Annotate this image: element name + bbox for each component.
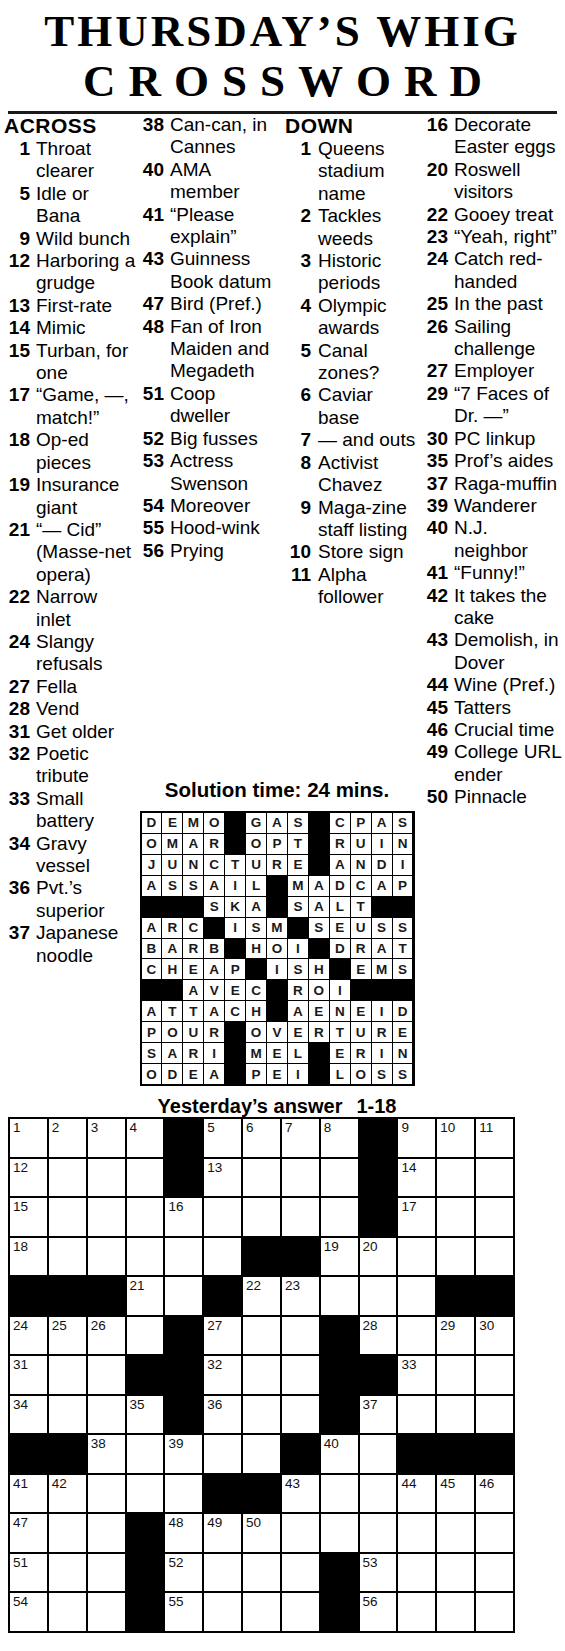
puzzle-cell[interactable]: 4 — [127, 1119, 164, 1157]
solution-cell: C — [225, 1001, 245, 1021]
solution-block: Solution time: 24 mins. DEMOGASCPASOMARO… — [136, 778, 418, 1118]
puzzle-cell[interactable]: 37 — [360, 1396, 397, 1434]
puzzle-cell[interactable] — [476, 1356, 513, 1394]
puzzle-cell[interactable] — [360, 1475, 397, 1513]
puzzle-cell[interactable] — [204, 1554, 241, 1592]
puzzle-cell[interactable] — [49, 1396, 86, 1434]
puzzle-cell[interactable] — [398, 1317, 435, 1355]
puzzle-cell[interactable]: 32 — [204, 1356, 241, 1394]
solution-cell: E — [183, 959, 203, 979]
puzzle-cell[interactable]: 55 — [165, 1593, 202, 1631]
clue-text: N.J. neighbor — [454, 517, 565, 562]
clue-number: 22 — [420, 204, 448, 226]
puzzle-cell[interactable] — [127, 1435, 164, 1473]
solution-cell: L — [288, 1043, 308, 1063]
puzzle-cell[interactable] — [398, 1554, 435, 1592]
clue-text: Employer — [454, 360, 565, 382]
puzzle-cell[interactable] — [88, 1198, 125, 1236]
puzzle-cell[interactable] — [243, 1396, 280, 1434]
solution-cell: R — [183, 939, 203, 959]
puzzle-cell[interactable] — [88, 1396, 125, 1434]
puzzle-black-cell — [204, 1277, 241, 1315]
solution-cell: N — [351, 855, 371, 875]
clue: 48Fan of Iron Maiden and Megadeth — [136, 316, 277, 383]
solution-cell: A — [204, 876, 224, 896]
puzzle-cell[interactable] — [204, 1238, 241, 1276]
puzzle-cell[interactable]: 18 — [10, 1238, 47, 1276]
solution-cell: R — [288, 980, 308, 1000]
cell-number: 33 — [401, 1357, 416, 1372]
puzzle-cell[interactable]: 51 — [10, 1554, 47, 1592]
solution-cell: A — [288, 1001, 308, 1021]
puzzle-cell[interactable]: 20 — [360, 1238, 397, 1276]
puzzle-cell[interactable] — [243, 1356, 280, 1394]
puzzle-cell[interactable] — [321, 1514, 358, 1552]
puzzle-cell[interactable] — [49, 1238, 86, 1276]
puzzle-black-cell — [243, 1238, 280, 1276]
clue-text: — and outs — [318, 429, 418, 451]
puzzle-cell[interactable] — [360, 1435, 397, 1473]
clue-number: 31 — [4, 721, 30, 743]
puzzle-cell[interactable]: 23 — [282, 1277, 319, 1315]
clue-text: “7 Faces of Dr. —” — [454, 383, 565, 428]
puzzle-cell[interactable] — [321, 1198, 358, 1236]
puzzle-cell[interactable]: 45 — [437, 1475, 474, 1513]
puzzle-cell[interactable]: 29 — [437, 1317, 474, 1355]
clue: 42It takes the cake — [420, 585, 565, 630]
clue-text: “Please explain” — [170, 204, 277, 249]
puzzle-black-cell — [165, 1159, 202, 1197]
solution-cell: I — [330, 980, 350, 1000]
solution-black-cell — [372, 980, 392, 1000]
puzzle-cell[interactable]: 22 — [243, 1277, 280, 1315]
solution-cell: A — [162, 1043, 182, 1063]
puzzle-cell[interactable] — [127, 1198, 164, 1236]
puzzle-cell[interactable]: 34 — [10, 1396, 47, 1434]
puzzle-black-cell — [49, 1277, 86, 1315]
solution-cell: E — [267, 1064, 287, 1084]
clue: 28Vend — [4, 698, 136, 720]
puzzle-cell[interactable]: 47 — [10, 1514, 47, 1552]
puzzle-black-cell — [127, 1514, 164, 1552]
puzzle-cell[interactable] — [398, 1593, 435, 1631]
puzzle-cell[interactable]: 53 — [360, 1554, 397, 1592]
puzzle-cell[interactable] — [476, 1198, 513, 1236]
puzzle-cell[interactable]: 26 — [88, 1317, 125, 1355]
puzzle-cell[interactable]: 42 — [49, 1475, 86, 1513]
puzzle-black-cell — [360, 1356, 397, 1394]
down-header: DOWN — [285, 114, 418, 138]
clue: 3Historic periods — [285, 250, 418, 295]
puzzle-cell[interactable] — [437, 1238, 474, 1276]
puzzle-black-cell — [165, 1317, 202, 1355]
solution-cell: H — [309, 959, 329, 979]
puzzle-cell[interactable] — [243, 1159, 280, 1197]
clue: 27Employer — [420, 360, 565, 382]
puzzle-cell[interactable] — [243, 1435, 280, 1473]
puzzle-cell[interactable] — [437, 1198, 474, 1236]
clue: 6Caviar base — [285, 384, 418, 429]
solution-cell: S — [204, 897, 224, 917]
puzzle-cell[interactable]: 14 — [398, 1159, 435, 1197]
clue-text: “Game, —, match!” — [36, 384, 136, 429]
puzzle-cell[interactable] — [282, 1356, 319, 1394]
solution-black-cell — [267, 980, 287, 1000]
puzzle-cell[interactable]: 21 — [127, 1277, 164, 1315]
solution-cell: E — [330, 1043, 350, 1063]
puzzle-cell[interactable]: 54 — [10, 1593, 47, 1631]
puzzle-cell[interactable]: 52 — [165, 1554, 202, 1592]
puzzle-cell[interactable]: 38 — [88, 1435, 125, 1473]
solution-cell: A — [204, 1064, 224, 1084]
puzzle-cell[interactable] — [282, 1159, 319, 1197]
puzzle-cell[interactable] — [437, 1593, 474, 1631]
clue: 27Fella — [4, 676, 136, 698]
puzzle-cell[interactable] — [360, 1514, 397, 1552]
solution-cell: O — [204, 813, 224, 833]
puzzle-cell[interactable]: 11 — [476, 1119, 513, 1157]
cell-number: 48 — [168, 1515, 183, 1530]
solution-cell: N — [330, 1001, 350, 1021]
clue-text: Prof’s aides — [454, 450, 565, 472]
puzzle-cell[interactable] — [437, 1396, 474, 1434]
clue-text: Vend — [36, 698, 136, 720]
puzzle-cell[interactable]: 2 — [49, 1119, 86, 1157]
cell-number: 24 — [13, 1318, 28, 1333]
puzzle-cell[interactable] — [282, 1593, 319, 1631]
puzzle-cell[interactable] — [88, 1554, 125, 1592]
puzzle-cell[interactable] — [88, 1475, 125, 1513]
cell-number: 31 — [13, 1357, 28, 1372]
puzzle-cell[interactable]: 10 — [437, 1119, 474, 1157]
puzzle-black-cell — [10, 1277, 47, 1315]
puzzle-cell[interactable]: 19 — [321, 1238, 358, 1276]
clue-text: Japanese noodle — [36, 922, 136, 967]
puzzle-cell[interactable] — [165, 1238, 202, 1276]
clue: 29“7 Faces of Dr. —” — [420, 383, 565, 428]
clue-number: 4 — [285, 295, 311, 340]
clue: 17“Game, —, match!” — [4, 384, 136, 429]
solution-cell: S — [142, 1043, 162, 1063]
solution-cell: E — [393, 1022, 413, 1042]
puzzle-cell[interactable]: 50 — [243, 1514, 280, 1552]
clue-text: Bird (Pref.) — [170, 293, 277, 315]
puzzle-cell[interactable]: 16 — [165, 1198, 202, 1236]
puzzle-black-cell — [127, 1554, 164, 1592]
puzzle-cell[interactable]: 40 — [321, 1435, 358, 1473]
clue-number: 7 — [285, 429, 311, 451]
clue-text: Store sign — [318, 541, 418, 563]
clue-number: 6 — [285, 384, 311, 429]
puzzle-cell[interactable]: 5 — [204, 1119, 241, 1157]
solution-cell: D — [372, 855, 392, 875]
puzzle-cell[interactable] — [437, 1356, 474, 1394]
puzzle-cell[interactable] — [243, 1554, 280, 1592]
clue-text: Catch red-handed — [454, 248, 565, 293]
clue-number: 27 — [4, 676, 30, 698]
clue-text: Pinnacle — [454, 786, 565, 808]
puzzle-cell[interactable]: 39 — [165, 1435, 202, 1473]
clue: 44Wine (Pref.) — [420, 674, 565, 696]
puzzle-black-cell — [321, 1317, 358, 1355]
puzzle-black-cell — [398, 1435, 435, 1473]
puzzle-cell[interactable] — [282, 1317, 319, 1355]
clue-text: Get older — [36, 721, 136, 743]
solution-cell: D — [142, 813, 162, 833]
solution-cell: O — [142, 1064, 162, 1084]
clue-text: Small battery — [36, 788, 136, 833]
cell-number: 3 — [91, 1120, 99, 1135]
puzzle-cell[interactable]: 30 — [476, 1317, 513, 1355]
clue-text: Harboring a grudge — [36, 250, 136, 295]
clue-number: 10 — [285, 541, 311, 563]
clue-number: 2 — [285, 205, 311, 250]
puzzle-cell[interactable] — [476, 1238, 513, 1276]
clue-text: Sailing challenge — [454, 316, 565, 361]
solution-cell: P — [393, 876, 413, 896]
clue: 1Throat clearer — [4, 138, 136, 183]
solution-cell: I — [225, 918, 245, 938]
solution-cell: H — [246, 939, 266, 959]
puzzle-cell[interactable] — [204, 1593, 241, 1631]
solution-black-cell — [267, 876, 287, 896]
solution-cell: N — [183, 855, 203, 875]
puzzle-cell[interactable] — [360, 1277, 397, 1315]
puzzle-cell[interactable] — [321, 1159, 358, 1197]
solution-cell: C — [330, 813, 350, 833]
puzzle-cell[interactable] — [49, 1356, 86, 1394]
puzzle-cell[interactable] — [127, 1475, 164, 1513]
cell-number: 2 — [52, 1120, 60, 1135]
puzzle-cell[interactable] — [243, 1593, 280, 1631]
clue-text: Fella — [36, 676, 136, 698]
clue-text: Gooey treat — [454, 204, 565, 226]
solution-cell: T — [162, 1001, 182, 1021]
cell-number: 40 — [324, 1436, 339, 1451]
puzzle-black-cell — [165, 1356, 202, 1394]
solution-cell: S — [372, 1064, 392, 1084]
puzzle-cell[interactable]: 44 — [398, 1475, 435, 1513]
puzzle-cell[interactable] — [476, 1593, 513, 1631]
puzzle-cell[interactable]: 27 — [204, 1317, 241, 1355]
clue-area: ACROSS1Throat clearer5Idle or Bana9Wild … — [0, 114, 565, 1118]
clue-number: 43 — [136, 248, 164, 293]
puzzle-cell[interactable]: 24 — [10, 1317, 47, 1355]
solution-cell: R — [267, 855, 287, 875]
clue-text: Crucial time — [454, 719, 565, 741]
puzzle-cell[interactable] — [398, 1396, 435, 1434]
puzzle-cell[interactable]: 15 — [10, 1198, 47, 1236]
clue: 21“— Cid” (Masse-net opera) — [4, 519, 136, 586]
solution-cell: I — [288, 1064, 308, 1084]
clue-number: 1 — [285, 138, 311, 205]
solution-cell: U — [183, 1022, 203, 1042]
puzzle-cell[interactable] — [437, 1554, 474, 1592]
puzzle-black-cell — [49, 1435, 86, 1473]
solution-cell: C — [204, 855, 224, 875]
puzzle-cell[interactable] — [243, 1198, 280, 1236]
cell-number: 30 — [479, 1318, 494, 1333]
cell-number: 43 — [285, 1476, 300, 1491]
puzzle-cell[interactable] — [49, 1159, 86, 1197]
solution-black-cell — [225, 1043, 245, 1063]
solution-cell: A — [204, 959, 224, 979]
puzzle-cell[interactable] — [321, 1277, 358, 1315]
puzzle-cell[interactable] — [476, 1396, 513, 1434]
puzzle-cell[interactable]: 46 — [476, 1475, 513, 1513]
puzzle-cell[interactable] — [127, 1238, 164, 1276]
cell-number: 23 — [285, 1278, 300, 1293]
puzzle-cell[interactable]: 8 — [321, 1119, 358, 1157]
puzzle-cell[interactable] — [88, 1356, 125, 1394]
solution-cell: A — [142, 876, 162, 896]
clue-number: 34 — [4, 833, 30, 878]
puzzle-cell[interactable]: 9 — [398, 1119, 435, 1157]
solution-cell: P — [267, 834, 287, 854]
puzzle-cell[interactable]: 28 — [360, 1317, 397, 1355]
puzzle-grid: 1234567891011121314151617181920212223242… — [8, 1117, 515, 1633]
clue: 24Slangy refusals — [4, 631, 136, 676]
cell-number: 46 — [479, 1476, 494, 1491]
clue: 12Harboring a grudge — [4, 250, 136, 295]
puzzle-cell[interactable] — [282, 1514, 319, 1552]
puzzle-black-cell — [321, 1356, 358, 1394]
puzzle-cell[interactable] — [398, 1277, 435, 1315]
clue: 45Tatters — [420, 697, 565, 719]
solution-cell: D — [393, 1001, 413, 1021]
puzzle-cell[interactable]: 49 — [204, 1514, 241, 1552]
clue-number: 25 — [420, 293, 448, 315]
solution-cell: H — [162, 959, 182, 979]
puzzle-cell[interactable] — [88, 1514, 125, 1552]
cell-number: 42 — [52, 1476, 67, 1491]
solution-cell: E — [330, 918, 350, 938]
puzzle-cell[interactable] — [476, 1554, 513, 1592]
solution-cell: T — [393, 939, 413, 959]
solution-black-cell — [309, 1064, 329, 1084]
clue-text: “Yeah, right” — [454, 226, 565, 248]
clue-text: Op-ed pieces — [36, 429, 136, 474]
puzzle-cell[interactable]: 31 — [10, 1356, 47, 1394]
puzzle-cell[interactable] — [165, 1475, 202, 1513]
clue: 39Wanderer — [420, 495, 565, 517]
puzzle-cell[interactable]: 12 — [10, 1159, 47, 1197]
solution-cell: S — [372, 918, 392, 938]
solution-cell: A — [372, 939, 392, 959]
clue-number: 26 — [420, 316, 448, 361]
puzzle-cell[interactable]: 7 — [282, 1119, 319, 1157]
puzzle-cell[interactable]: 25 — [49, 1317, 86, 1355]
solution-cell: A — [309, 876, 329, 896]
solution-cell: E — [351, 1001, 371, 1021]
cell-number: 55 — [168, 1594, 183, 1609]
puzzle-cell[interactable] — [49, 1514, 86, 1552]
puzzle-cell[interactable] — [127, 1159, 164, 1197]
puzzle-cell[interactable] — [88, 1238, 125, 1276]
puzzle-cell[interactable]: 48 — [165, 1514, 202, 1552]
puzzle-cell[interactable] — [437, 1514, 474, 1552]
solution-cell: R — [351, 1043, 371, 1063]
puzzle-cell[interactable] — [282, 1396, 319, 1434]
puzzle-cell[interactable] — [49, 1554, 86, 1592]
puzzle-cell[interactable]: 56 — [360, 1593, 397, 1631]
puzzle-cell[interactable] — [476, 1514, 513, 1552]
clue-number: 40 — [420, 517, 448, 562]
puzzle-cell[interactable]: 35 — [127, 1396, 164, 1434]
clue-number: 50 — [420, 786, 448, 808]
solution-cell: P — [225, 959, 245, 979]
solution-cell: M — [183, 813, 203, 833]
clue-number: 45 — [420, 697, 448, 719]
clue-text: First-rate — [36, 295, 136, 317]
clue: 18Op-ed pieces — [4, 429, 136, 474]
puzzle-cell[interactable]: 41 — [10, 1475, 47, 1513]
clue-text: Tackles weeds — [318, 205, 418, 250]
solution-black-cell — [225, 939, 245, 959]
clue-number: 12 — [4, 250, 30, 295]
solution-cell: R — [204, 1022, 224, 1042]
cell-number: 17 — [401, 1199, 416, 1214]
puzzle-cell[interactable] — [88, 1159, 125, 1197]
clue-text: Wine (Pref.) — [454, 674, 565, 696]
solution-cell: T — [225, 855, 245, 875]
puzzle-cell[interactable]: 3 — [88, 1119, 125, 1157]
puzzle-cell[interactable] — [49, 1593, 86, 1631]
clue: 55Hood-wink — [136, 517, 277, 539]
clue-text: Actress Swenson — [170, 450, 277, 495]
puzzle-cell[interactable] — [204, 1198, 241, 1236]
puzzle-cell[interactable] — [127, 1317, 164, 1355]
puzzle-cell[interactable] — [476, 1159, 513, 1197]
puzzle-black-cell — [10, 1435, 47, 1473]
puzzle-cell[interactable]: 13 — [204, 1159, 241, 1197]
solution-black-cell — [309, 855, 329, 875]
puzzle-cell[interactable] — [321, 1475, 358, 1513]
clue-text: Moreover — [170, 495, 277, 517]
puzzle-cell[interactable] — [437, 1159, 474, 1197]
solution-date: 1-18 — [356, 1095, 396, 1117]
puzzle-cell[interactable] — [165, 1277, 202, 1315]
puzzle-cell[interactable] — [49, 1198, 86, 1236]
clue-text: Raga-muffin — [454, 473, 565, 495]
clue-text: Insurance giant — [36, 474, 136, 519]
puzzle-cell[interactable]: 1 — [10, 1119, 47, 1157]
puzzle-cell[interactable] — [204, 1435, 241, 1473]
puzzle-cell[interactable] — [243, 1317, 280, 1355]
clue-number: 14 — [4, 317, 30, 339]
puzzle-cell[interactable] — [88, 1593, 125, 1631]
puzzle-cell[interactable] — [282, 1198, 319, 1236]
puzzle-cell[interactable] — [398, 1514, 435, 1552]
down-clues-column-1: DOWN1Queens stadium name2Tackles weeds3H… — [277, 114, 418, 764]
page-title-line1: THURSDAY’S WHIG — [0, 6, 565, 56]
solution-cell: T — [351, 897, 371, 917]
puzzle-cell[interactable]: 43 — [282, 1475, 319, 1513]
puzzle-cell[interactable]: 36 — [204, 1396, 241, 1434]
puzzle-black-cell — [127, 1356, 164, 1394]
puzzle-cell[interactable]: 6 — [243, 1119, 280, 1157]
solution-cell: B — [204, 939, 224, 959]
solution-cell: G — [246, 813, 266, 833]
solution-cell: A — [162, 939, 182, 959]
cell-number: 5 — [207, 1120, 215, 1135]
puzzle-cell[interactable]: 17 — [398, 1198, 435, 1236]
clue-text: Demolish, in Dover — [454, 629, 565, 674]
puzzle-cell[interactable]: 33 — [398, 1356, 435, 1394]
puzzle-cell[interactable] — [282, 1554, 319, 1592]
puzzle-cell[interactable] — [398, 1238, 435, 1276]
puzzle-black-cell — [476, 1277, 513, 1315]
